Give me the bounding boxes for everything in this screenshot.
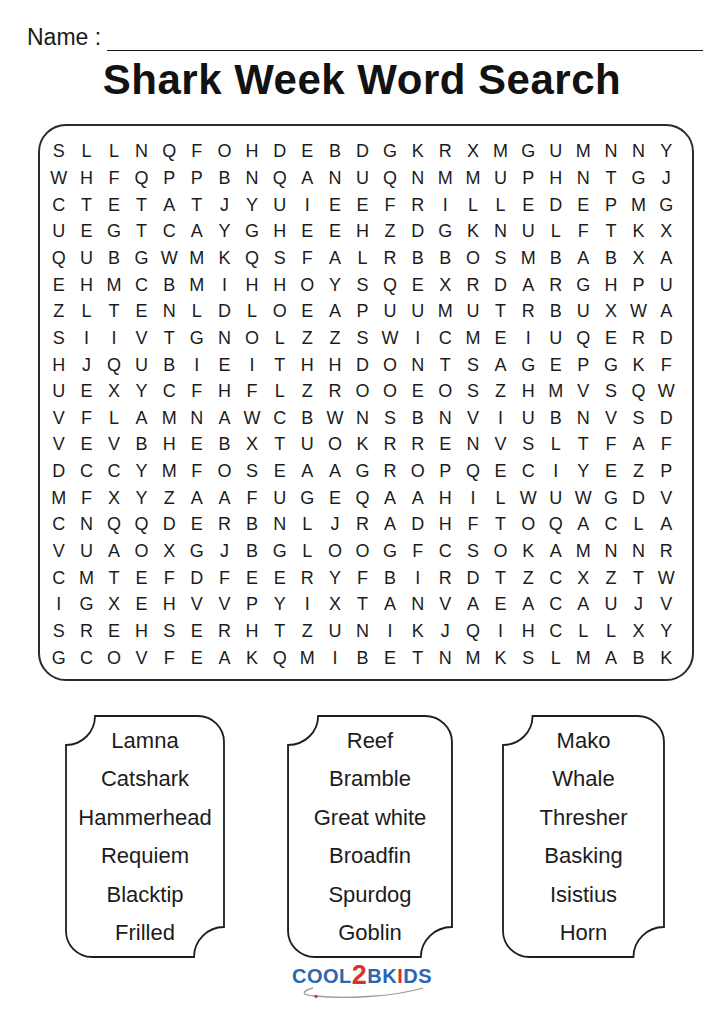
grid-cell[interactable]: U — [542, 325, 570, 352]
grid-cell[interactable]: G — [183, 325, 211, 352]
grid-cell[interactable]: C — [73, 458, 101, 485]
grid-cell[interactable]: Y — [128, 378, 156, 405]
grid-cell[interactable]: G — [100, 218, 128, 245]
grid-cell[interactable]: I — [238, 351, 266, 378]
grid-cell[interactable]: U — [542, 138, 570, 165]
grid-cell[interactable]: B — [404, 404, 432, 431]
grid-cell[interactable]: A — [376, 591, 404, 618]
grid-cell[interactable]: A — [652, 298, 680, 325]
grid-cell[interactable]: J — [625, 591, 653, 618]
grid-cell[interactable]: S — [45, 138, 73, 165]
grid-cell[interactable]: W — [45, 165, 73, 192]
grid-cell[interactable]: C — [45, 191, 73, 218]
grid-cell[interactable]: D — [349, 138, 377, 165]
grid-cell[interactable]: A — [542, 538, 570, 565]
grid-cell[interactable]: M — [73, 564, 101, 591]
grid-cell[interactable]: G — [652, 191, 680, 218]
grid-cell[interactable]: T — [128, 191, 156, 218]
grid-cell[interactable]: M — [432, 298, 460, 325]
grid-cell[interactable]: Q — [459, 458, 487, 485]
grid-cell[interactable]: F — [652, 431, 680, 458]
grid-cell[interactable]: Z — [293, 618, 321, 645]
grid-cell[interactable]: Q — [376, 165, 404, 192]
grid-cell[interactable]: X — [321, 591, 349, 618]
grid-cell[interactable]: W — [238, 404, 266, 431]
grid-cell[interactable]: M — [459, 644, 487, 671]
grid-cell[interactable]: P — [155, 165, 183, 192]
grid-cell[interactable]: M — [570, 644, 598, 671]
grid-cell[interactable]: M — [514, 245, 542, 272]
grid-cell[interactable]: N — [349, 618, 377, 645]
grid-cell[interactable]: Q — [376, 271, 404, 298]
grid-cell[interactable]: H — [73, 271, 101, 298]
grid-cell[interactable]: G — [128, 245, 156, 272]
grid-cell[interactable]: B — [542, 245, 570, 272]
grid-cell[interactable]: G — [625, 165, 653, 192]
grid-cell[interactable]: T — [128, 218, 156, 245]
grid-cell[interactable]: N — [625, 138, 653, 165]
grid-cell[interactable]: N — [570, 165, 598, 192]
grid-cell[interactable]: K — [238, 644, 266, 671]
grid-cell[interactable]: H — [266, 271, 294, 298]
grid-cell[interactable]: O — [349, 538, 377, 565]
grid-cell[interactable]: Y — [321, 271, 349, 298]
grid-cell[interactable]: V — [487, 431, 515, 458]
grid-cell[interactable]: Q — [570, 325, 598, 352]
grid-cell[interactable]: O — [376, 351, 404, 378]
grid-cell[interactable]: C — [542, 564, 570, 591]
grid-cell[interactable]: R — [321, 378, 349, 405]
grid-cell[interactable]: I — [487, 404, 515, 431]
grid-cell[interactable]: A — [652, 511, 680, 538]
grid-cell[interactable]: L — [625, 511, 653, 538]
grid-cell[interactable]: V — [211, 591, 239, 618]
grid-cell[interactable]: R — [459, 271, 487, 298]
grid-cell[interactable]: E — [183, 431, 211, 458]
grid-cell[interactable]: R — [542, 271, 570, 298]
grid-cell[interactable]: T — [155, 325, 183, 352]
grid-cell[interactable]: E — [183, 644, 211, 671]
grid-cell[interactable]: V — [183, 591, 211, 618]
grid-cell[interactable]: D — [652, 325, 680, 352]
grid-cell[interactable]: X — [155, 538, 183, 565]
grid-cell[interactable]: A — [211, 644, 239, 671]
grid-cell[interactable]: S — [238, 458, 266, 485]
grid-cell[interactable]: S — [459, 351, 487, 378]
grid-cell[interactable]: B — [211, 165, 239, 192]
grid-cell[interactable]: A — [625, 431, 653, 458]
grid-cell[interactable]: D — [459, 564, 487, 591]
grid-cell[interactable]: Q — [128, 511, 156, 538]
grid-cell[interactable]: B — [349, 644, 377, 671]
grid-cell[interactable]: Z — [293, 325, 321, 352]
grid-cell[interactable]: D — [542, 191, 570, 218]
grid-cell[interactable]: T — [597, 218, 625, 245]
grid-cell[interactable]: F — [238, 378, 266, 405]
grid-cell[interactable]: R — [652, 538, 680, 565]
grid-cell[interactable]: A — [514, 271, 542, 298]
grid-cell[interactable]: X — [100, 591, 128, 618]
grid-cell[interactable]: I — [487, 618, 515, 645]
grid-cell[interactable]: N — [432, 404, 460, 431]
grid-cell[interactable]: E — [266, 564, 294, 591]
grid-cell[interactable]: W — [625, 298, 653, 325]
grid-cell[interactable]: N — [459, 431, 487, 458]
grid-cell[interactable]: C — [432, 325, 460, 352]
grid-cell[interactable]: W — [155, 245, 183, 272]
grid-cell[interactable]: A — [376, 484, 404, 511]
grid-cell[interactable]: V — [597, 404, 625, 431]
grid-cell[interactable]: O — [321, 538, 349, 565]
grid-cell[interactable]: M — [542, 378, 570, 405]
grid-cell[interactable]: K — [652, 644, 680, 671]
grid-cell[interactable]: I — [293, 191, 321, 218]
grid-cell[interactable]: F — [183, 458, 211, 485]
grid-cell[interactable]: Y — [570, 458, 598, 485]
grid-cell[interactable]: P — [514, 165, 542, 192]
grid-cell[interactable]: N — [321, 165, 349, 192]
grid-cell[interactable]: A — [376, 511, 404, 538]
grid-cell[interactable]: K — [625, 351, 653, 378]
grid-cell[interactable]: L — [293, 511, 321, 538]
grid-cell[interactable]: U — [597, 591, 625, 618]
grid-cell[interactable]: Q — [128, 165, 156, 192]
grid-cell[interactable]: G — [514, 138, 542, 165]
grid-cell[interactable]: N — [597, 138, 625, 165]
grid-cell[interactable]: I — [404, 564, 432, 591]
grid-cell[interactable]: S — [514, 431, 542, 458]
grid-cell[interactable]: Z — [376, 218, 404, 245]
grid-cell[interactable]: S — [597, 378, 625, 405]
grid-cell[interactable]: E — [293, 218, 321, 245]
grid-cell[interactable]: E — [404, 378, 432, 405]
grid-cell[interactable]: E — [487, 325, 515, 352]
grid-cell[interactable]: V — [128, 644, 156, 671]
grid-cell[interactable]: E — [321, 191, 349, 218]
grid-cell[interactable]: E — [321, 484, 349, 511]
grid-cell[interactable]: U — [321, 618, 349, 645]
grid-cell[interactable]: X — [100, 484, 128, 511]
grid-cell[interactable]: U — [542, 484, 570, 511]
grid-cell[interactable]: K — [487, 644, 515, 671]
grid-cell[interactable]: H — [211, 378, 239, 405]
grid-cell[interactable]: Q — [266, 165, 294, 192]
grid-cell[interactable]: A — [211, 484, 239, 511]
grid-cell[interactable]: S — [487, 245, 515, 272]
grid-cell[interactable]: F — [459, 511, 487, 538]
grid-cell[interactable]: R — [376, 245, 404, 272]
grid-cell[interactable]: U — [459, 298, 487, 325]
grid-cell[interactable]: S — [625, 404, 653, 431]
grid-cell[interactable]: F — [73, 484, 101, 511]
grid-cell[interactable]: H — [45, 351, 73, 378]
grid-cell[interactable]: I — [73, 325, 101, 352]
grid-cell[interactable]: G — [432, 218, 460, 245]
grid-cell[interactable]: D — [183, 564, 211, 591]
grid-cell[interactable]: F — [155, 564, 183, 591]
grid-cell[interactable]: E — [404, 271, 432, 298]
grid-cell[interactable]: B — [432, 245, 460, 272]
grid-cell[interactable]: J — [652, 165, 680, 192]
grid-cell[interactable]: J — [321, 511, 349, 538]
grid-cell[interactable]: U — [514, 218, 542, 245]
grid-cell[interactable]: B — [597, 245, 625, 272]
grid-cell[interactable]: R — [349, 511, 377, 538]
grid-cell[interactable]: P — [570, 351, 598, 378]
grid-cell[interactable]: R — [293, 564, 321, 591]
grid-cell[interactable]: D — [45, 458, 73, 485]
grid-cell[interactable]: V — [45, 538, 73, 565]
grid-cell[interactable]: D — [404, 218, 432, 245]
grid-cell[interactable]: E — [128, 591, 156, 618]
grid-cell[interactable]: B — [211, 431, 239, 458]
grid-cell[interactable]: V — [432, 591, 460, 618]
grid-cell[interactable]: H — [128, 618, 156, 645]
grid-cell[interactable]: A — [321, 458, 349, 485]
grid-cell[interactable]: D — [487, 271, 515, 298]
grid-cell[interactable]: A — [183, 484, 211, 511]
grid-cell[interactable]: U — [73, 538, 101, 565]
grid-cell[interactable]: L — [542, 218, 570, 245]
grid-cell[interactable]: O — [100, 644, 128, 671]
grid-cell[interactable]: Q — [266, 644, 294, 671]
grid-cell[interactable]: M — [432, 165, 460, 192]
grid-cell[interactable]: U — [514, 404, 542, 431]
grid-cell[interactable]: I — [542, 458, 570, 485]
grid-cell[interactable]: W — [652, 378, 680, 405]
grid-cell[interactable]: F — [155, 644, 183, 671]
grid-cell[interactable]: B — [128, 431, 156, 458]
grid-cell[interactable]: H — [155, 431, 183, 458]
grid-cell[interactable]: P — [183, 165, 211, 192]
grid-cell[interactable]: I — [376, 618, 404, 645]
grid-cell[interactable]: X — [238, 431, 266, 458]
grid-cell[interactable]: E — [266, 458, 294, 485]
grid-cell[interactable]: U — [349, 165, 377, 192]
grid-cell[interactable]: Y — [128, 458, 156, 485]
grid-cell[interactable]: B — [625, 644, 653, 671]
grid-cell[interactable]: I — [183, 351, 211, 378]
grid-cell[interactable]: L — [459, 191, 487, 218]
grid-cell[interactable]: G — [597, 484, 625, 511]
grid-cell[interactable]: F — [293, 245, 321, 272]
grid-cell[interactable]: F — [73, 404, 101, 431]
grid-cell[interactable]: I — [293, 591, 321, 618]
grid-cell[interactable]: M — [155, 404, 183, 431]
grid-cell[interactable]: A — [321, 245, 349, 272]
grid-cell[interactable]: I — [459, 484, 487, 511]
grid-cell[interactable]: A — [459, 591, 487, 618]
grid-cell[interactable]: S — [459, 538, 487, 565]
grid-cell[interactable]: J — [211, 538, 239, 565]
grid-cell[interactable]: F — [652, 351, 680, 378]
grid-cell[interactable]: W — [321, 404, 349, 431]
grid-cell[interactable]: E — [128, 298, 156, 325]
grid-cell[interactable]: I — [432, 191, 460, 218]
grid-cell[interactable]: Q — [625, 378, 653, 405]
grid-cell[interactable]: P — [238, 591, 266, 618]
grid-cell[interactable]: Y — [652, 138, 680, 165]
grid-cell[interactable]: O — [432, 378, 460, 405]
grid-cell[interactable]: A — [293, 165, 321, 192]
grid-cell[interactable]: L — [597, 618, 625, 645]
grid-cell[interactable]: A — [321, 298, 349, 325]
grid-cell[interactable]: L — [487, 484, 515, 511]
grid-cell[interactable]: B — [542, 298, 570, 325]
grid-cell[interactable]: R — [514, 298, 542, 325]
grid-cell[interactable]: Y — [321, 564, 349, 591]
grid-cell[interactable]: R — [625, 325, 653, 352]
grid-cell[interactable]: V — [100, 431, 128, 458]
grid-cell[interactable]: B — [100, 245, 128, 272]
grid-cell[interactable]: C — [45, 511, 73, 538]
grid-cell[interactable]: Y — [128, 484, 156, 511]
grid-cell[interactable]: O — [293, 271, 321, 298]
grid-cell[interactable]: A — [652, 245, 680, 272]
grid-cell[interactable]: L — [349, 245, 377, 272]
grid-cell[interactable]: A — [514, 591, 542, 618]
grid-cell[interactable]: U — [45, 218, 73, 245]
grid-cell[interactable]: O — [487, 538, 515, 565]
grid-cell[interactable]: S — [155, 618, 183, 645]
grid-cell[interactable]: M — [100, 271, 128, 298]
grid-cell[interactable]: K — [404, 138, 432, 165]
grid-cell[interactable]: H — [155, 591, 183, 618]
grid-cell[interactable]: I — [45, 591, 73, 618]
grid-cell[interactable]: H — [432, 511, 460, 538]
grid-cell[interactable]: N — [432, 644, 460, 671]
grid-cell[interactable]: Z — [514, 564, 542, 591]
grid-cell[interactable]: A — [404, 484, 432, 511]
grid-cell[interactable]: N — [487, 218, 515, 245]
grid-cell[interactable]: T — [487, 511, 515, 538]
grid-cell[interactable]: P — [349, 298, 377, 325]
grid-cell[interactable]: U — [404, 298, 432, 325]
grid-cell[interactable]: G — [183, 538, 211, 565]
grid-cell[interactable]: I — [404, 325, 432, 352]
grid-cell[interactable]: E — [349, 191, 377, 218]
grid-cell[interactable]: C — [155, 218, 183, 245]
grid-cell[interactable]: P — [652, 458, 680, 485]
grid-cell[interactable]: A — [597, 644, 625, 671]
grid-cell[interactable]: H — [293, 351, 321, 378]
grid-cell[interactable]: A — [293, 458, 321, 485]
grid-cell[interactable]: N — [570, 404, 598, 431]
grid-cell[interactable]: B — [404, 245, 432, 272]
grid-cell[interactable]: Z — [293, 378, 321, 405]
grid-cell[interactable]: U — [128, 351, 156, 378]
grid-cell[interactable]: E — [293, 138, 321, 165]
grid-cell[interactable]: M — [183, 271, 211, 298]
grid-cell[interactable]: Z — [597, 564, 625, 591]
grid-cell[interactable]: L — [266, 378, 294, 405]
grid-cell[interactable]: F — [570, 218, 598, 245]
grid-cell[interactable]: O — [376, 378, 404, 405]
grid-cell[interactable]: U — [652, 271, 680, 298]
grid-cell[interactable]: L — [293, 538, 321, 565]
grid-cell[interactable]: L — [183, 298, 211, 325]
grid-cell[interactable]: E — [432, 431, 460, 458]
grid-cell[interactable]: V — [45, 404, 73, 431]
grid-cell[interactable]: N — [211, 325, 239, 352]
grid-cell[interactable]: S — [376, 404, 404, 431]
grid-cell[interactable]: O — [514, 511, 542, 538]
grid-cell[interactable]: D — [404, 511, 432, 538]
grid-cell[interactable]: H — [73, 165, 101, 192]
grid-cell[interactable]: Y — [266, 591, 294, 618]
grid-cell[interactable]: N — [238, 165, 266, 192]
grid-cell[interactable]: A — [570, 245, 598, 272]
grid-cell[interactable]: W — [570, 484, 598, 511]
grid-cell[interactable]: F — [183, 378, 211, 405]
grid-cell[interactable]: C — [514, 458, 542, 485]
grid-cell[interactable]: T — [349, 591, 377, 618]
grid-cell[interactable]: Q — [155, 138, 183, 165]
grid-cell[interactable]: U — [570, 298, 598, 325]
grid-cell[interactable]: H — [349, 218, 377, 245]
grid-cell[interactable]: Q — [542, 511, 570, 538]
grid-cell[interactable]: Q — [100, 351, 128, 378]
grid-cell[interactable]: X — [459, 138, 487, 165]
grid-cell[interactable]: S — [45, 325, 73, 352]
grid-cell[interactable]: D — [349, 351, 377, 378]
grid-cell[interactable]: O — [211, 458, 239, 485]
grid-cell[interactable]: E — [597, 325, 625, 352]
grid-cell[interactable]: S — [349, 271, 377, 298]
grid-cell[interactable]: O — [404, 458, 432, 485]
grid-cell[interactable]: C — [73, 644, 101, 671]
grid-cell[interactable]: G — [349, 458, 377, 485]
grid-cell[interactable]: S — [514, 644, 542, 671]
grid-cell[interactable]: O — [321, 431, 349, 458]
grid-cell[interactable]: N — [404, 165, 432, 192]
grid-cell[interactable]: R — [404, 431, 432, 458]
grid-cell[interactable]: C — [45, 564, 73, 591]
grid-cell[interactable]: E — [238, 564, 266, 591]
grid-cell[interactable]: M — [155, 458, 183, 485]
grid-cell[interactable]: U — [266, 191, 294, 218]
grid-cell[interactable]: E — [376, 644, 404, 671]
grid-cell[interactable]: X — [625, 245, 653, 272]
grid-cell[interactable]: Q — [45, 245, 73, 272]
grid-cell[interactable]: O — [128, 538, 156, 565]
grid-cell[interactable]: V — [459, 404, 487, 431]
grid-cell[interactable]: E — [487, 458, 515, 485]
grid-cell[interactable]: G — [376, 538, 404, 565]
grid-cell[interactable]: O — [459, 245, 487, 272]
grid-cell[interactable]: X — [597, 298, 625, 325]
grid-cell[interactable]: H — [238, 271, 266, 298]
grid-cell[interactable]: N — [73, 511, 101, 538]
grid-cell[interactable]: C — [542, 591, 570, 618]
grid-cell[interactable]: L — [570, 618, 598, 645]
grid-cell[interactable]: Y — [238, 191, 266, 218]
grid-cell[interactable]: P — [432, 458, 460, 485]
grid-cell[interactable]: E — [73, 431, 101, 458]
grid-cell[interactable]: G — [266, 538, 294, 565]
grid-cell[interactable]: E — [487, 591, 515, 618]
grid-cell[interactable]: E — [128, 564, 156, 591]
grid-cell[interactable]: E — [45, 271, 73, 298]
grid-cell[interactable]: E — [183, 511, 211, 538]
grid-cell[interactable]: T — [266, 618, 294, 645]
grid-cell[interactable]: H — [514, 378, 542, 405]
grid-cell[interactable]: T — [266, 351, 294, 378]
grid-cell[interactable]: Z — [45, 298, 73, 325]
grid-cell[interactable]: N — [597, 538, 625, 565]
grid-cell[interactable]: Z — [487, 378, 515, 405]
grid-cell[interactable]: H — [238, 138, 266, 165]
